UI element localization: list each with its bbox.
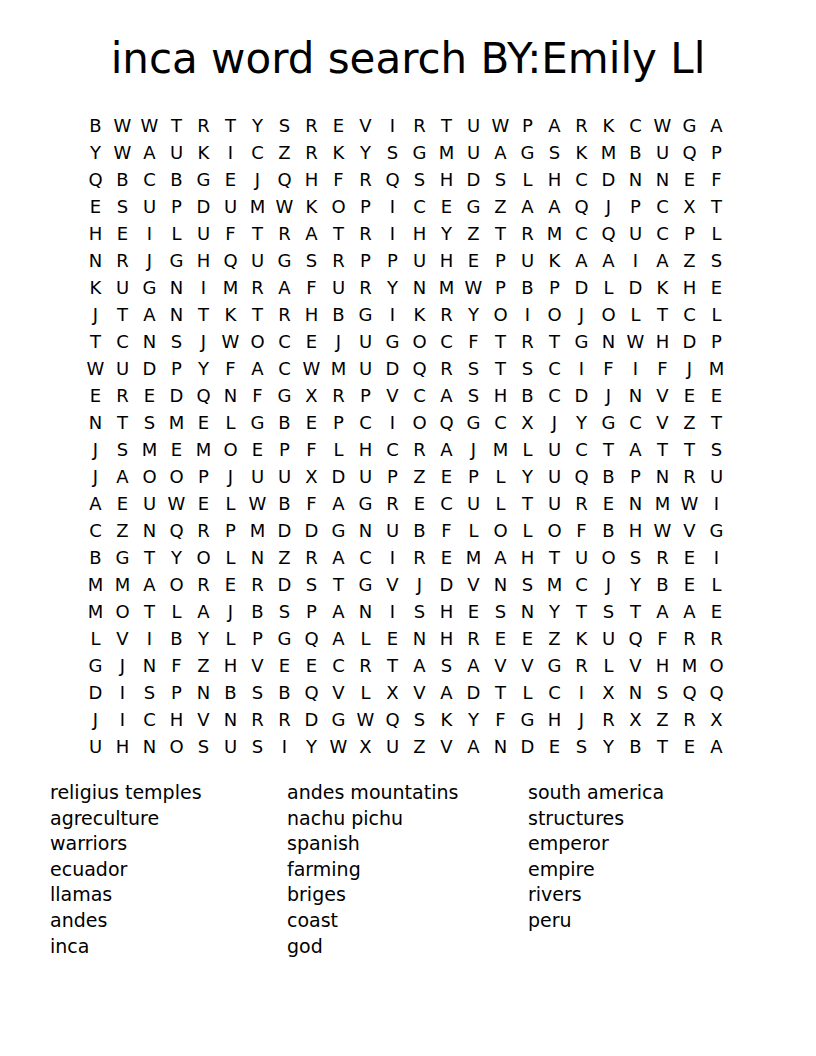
- grid-cell-r5c7: T: [244, 220, 271, 247]
- grid-cell-r15c20: E: [595, 490, 622, 517]
- word-item: coast: [287, 908, 458, 934]
- grid-cell-r12c8: B: [271, 409, 298, 436]
- grid-cell-r19c17: N: [514, 598, 541, 625]
- grid-cell-r7c2: U: [109, 274, 136, 301]
- grid-cell-r21c1: G: [82, 652, 109, 679]
- grid-cell-r9c6: W: [217, 328, 244, 355]
- grid-cell-r4c22: C: [649, 193, 676, 220]
- grid-cell-r5c13: H: [406, 220, 433, 247]
- grid-cell-r17c7: N: [244, 544, 271, 571]
- grid-cell-r6c15: E: [460, 247, 487, 274]
- grid-cell-r22c19: I: [568, 679, 595, 706]
- grid-cell-r4c12: I: [379, 193, 406, 220]
- grid-cell-r10c2: U: [109, 355, 136, 382]
- grid-cell-r14c10: D: [325, 463, 352, 490]
- grid-cell-r24c14: V: [433, 733, 460, 760]
- grid-cell-r22c15: D: [460, 679, 487, 706]
- grid-cell-r15c11: G: [352, 490, 379, 517]
- grid-cell-r13c18: U: [541, 436, 568, 463]
- grid-cell-r21c7: V: [244, 652, 271, 679]
- grid-cell-r2c15: U: [460, 139, 487, 166]
- grid-cell-r12c23: Z: [676, 409, 703, 436]
- grid-cell-r3c16: S: [487, 166, 514, 193]
- grid-cell-r18c15: V: [460, 571, 487, 598]
- grid-cell-r9c20: N: [595, 328, 622, 355]
- grid-cell-r12c3: S: [136, 409, 163, 436]
- grid-cell-r18c2: M: [109, 571, 136, 598]
- grid-cell-r4c21: P: [622, 193, 649, 220]
- grid-cell-r11c19: D: [568, 382, 595, 409]
- grid-cell-r6c6: Q: [217, 247, 244, 274]
- grid-cell-r18c17: S: [514, 571, 541, 598]
- grid-cell-r1c6: T: [217, 112, 244, 139]
- grid-cell-r20c4: B: [163, 625, 190, 652]
- grid-cell-r6c20: A: [595, 247, 622, 274]
- grid-cell-r11c22: V: [649, 382, 676, 409]
- grid-cell-r22c4: P: [163, 679, 190, 706]
- grid-cell-r4c3: U: [136, 193, 163, 220]
- grid-cell-r11c12: V: [379, 382, 406, 409]
- word-item: ecuador: [50, 857, 202, 883]
- grid-cell-r19c16: S: [487, 598, 514, 625]
- grid-cell-r10c23: J: [676, 355, 703, 382]
- grid-cell-r3c10: F: [325, 166, 352, 193]
- grid-cell-r20c19: K: [568, 625, 595, 652]
- grid-cell-r16c4: Q: [163, 517, 190, 544]
- grid-cell-r13c8: P: [271, 436, 298, 463]
- grid-cell-r22c22: S: [649, 679, 676, 706]
- grid-cell-r9c21: W: [622, 328, 649, 355]
- grid-cell-r10c18: C: [541, 355, 568, 382]
- grid-cell-r8c10: B: [325, 301, 352, 328]
- grid-cell-r18c7: R: [244, 571, 271, 598]
- grid-cell-r20c12: E: [379, 625, 406, 652]
- grid-cell-r20c9: Q: [298, 625, 325, 652]
- grid-cell-r11c24: E: [703, 382, 730, 409]
- grid-cell-r9c7: O: [244, 328, 271, 355]
- grid-cell-r6c16: P: [487, 247, 514, 274]
- grid-cell-r10c19: I: [568, 355, 595, 382]
- word-item: andes mountatins: [287, 780, 458, 806]
- grid-cell-r8c19: J: [568, 301, 595, 328]
- word-item: emperor: [528, 831, 664, 857]
- grid-cell-r23c3: C: [136, 706, 163, 733]
- grid-cell-r23c11: W: [352, 706, 379, 733]
- grid-cell-r7c17: B: [514, 274, 541, 301]
- grid-cell-r18c8: D: [271, 571, 298, 598]
- grid-cell-r17c19: U: [568, 544, 595, 571]
- grid-cell-r11c21: N: [622, 382, 649, 409]
- grid-cell-r14c12: P: [379, 463, 406, 490]
- grid-cell-r24c3: N: [136, 733, 163, 760]
- grid-cell-r10c8: C: [271, 355, 298, 382]
- grid-cell-r12c16: C: [487, 409, 514, 436]
- grid-cell-r13c4: E: [163, 436, 190, 463]
- word-item: religius temples: [50, 780, 202, 806]
- grid-cell-r6c4: G: [163, 247, 190, 274]
- grid-cell-r10c1: W: [82, 355, 109, 382]
- grid-cell-r6c5: H: [190, 247, 217, 274]
- grid-cell-r24c5: S: [190, 733, 217, 760]
- grid-cell-r18c20: J: [595, 571, 622, 598]
- grid-cell-r5c14: Y: [433, 220, 460, 247]
- grid-cell-r7c19: D: [568, 274, 595, 301]
- grid-cell-r2c18: S: [541, 139, 568, 166]
- grid-cell-r12c20: G: [595, 409, 622, 436]
- grid-cell-r22c20: X: [595, 679, 622, 706]
- grid-cell-r14c11: U: [352, 463, 379, 490]
- grid-cell-r3c1: Q: [82, 166, 109, 193]
- grid-cell-r1c4: T: [163, 112, 190, 139]
- grid-cell-r21c2: J: [109, 652, 136, 679]
- grid-cell-r9c2: C: [109, 328, 136, 355]
- grid-cell-r14c24: U: [703, 463, 730, 490]
- grid-cell-r3c12: Q: [379, 166, 406, 193]
- grid-cell-r14c13: Z: [406, 463, 433, 490]
- grid-cell-r10c24: M: [703, 355, 730, 382]
- grid-cell-r22c8: B: [271, 679, 298, 706]
- grid-cell-r2c5: K: [190, 139, 217, 166]
- grid-cell-r16c17: L: [514, 517, 541, 544]
- grid-cell-r5c15: Z: [460, 220, 487, 247]
- grid-cell-r16c9: D: [298, 517, 325, 544]
- grid-cell-r20c2: V: [109, 625, 136, 652]
- grid-cell-r19c7: B: [244, 598, 271, 625]
- grid-cell-r6c11: P: [352, 247, 379, 274]
- grid-cell-r21c5: Z: [190, 652, 217, 679]
- grid-cell-r9c12: G: [379, 328, 406, 355]
- grid-cell-r18c19: C: [568, 571, 595, 598]
- grid-cell-r23c6: N: [217, 706, 244, 733]
- grid-cell-r14c23: R: [676, 463, 703, 490]
- grid-cell-r14c4: O: [163, 463, 190, 490]
- grid-cell-r8c6: K: [217, 301, 244, 328]
- grid-cell-r18c3: A: [136, 571, 163, 598]
- grid-cell-r19c3: T: [136, 598, 163, 625]
- grid-cell-r11c8: G: [271, 382, 298, 409]
- grid-cell-r8c22: T: [649, 301, 676, 328]
- grid-cell-r18c13: J: [406, 571, 433, 598]
- grid-cell-r11c23: E: [676, 382, 703, 409]
- grid-cell-r11c2: R: [109, 382, 136, 409]
- grid-cell-r1c18: A: [541, 112, 568, 139]
- grid-cell-r7c10: U: [325, 274, 352, 301]
- grid-cell-r8c9: H: [298, 301, 325, 328]
- grid-cell-r20c14: H: [433, 625, 460, 652]
- grid-cell-r19c13: S: [406, 598, 433, 625]
- grid-cell-r18c5: R: [190, 571, 217, 598]
- grid-cell-r6c13: U: [406, 247, 433, 274]
- grid-cell-r6c7: U: [244, 247, 271, 274]
- grid-cell-r16c16: O: [487, 517, 514, 544]
- grid-cell-r15c15: U: [460, 490, 487, 517]
- grid-cell-r24c8: I: [271, 733, 298, 760]
- grid-cell-r1c12: I: [379, 112, 406, 139]
- grid-cell-r20c1: L: [82, 625, 109, 652]
- grid-cell-r23c1: J: [82, 706, 109, 733]
- grid-cell-r11c17: B: [514, 382, 541, 409]
- grid-cell-r5c8: R: [271, 220, 298, 247]
- grid-cell-r16c12: U: [379, 517, 406, 544]
- grid-cell-r19c23: A: [676, 598, 703, 625]
- grid-cell-r9c18: T: [541, 328, 568, 355]
- grid-cell-r8c18: O: [541, 301, 568, 328]
- grid-cell-r19c10: A: [325, 598, 352, 625]
- grid-cell-r4c9: K: [298, 193, 325, 220]
- grid-cell-r5c9: A: [298, 220, 325, 247]
- grid-cell-r17c12: I: [379, 544, 406, 571]
- grid-cell-r17c9: R: [298, 544, 325, 571]
- grid-cell-r20c22: F: [649, 625, 676, 652]
- grid-cell-r2c24: P: [703, 139, 730, 166]
- grid-cell-r4c2: S: [109, 193, 136, 220]
- grid-cell-r21c8: E: [271, 652, 298, 679]
- grid-cell-r23c7: R: [244, 706, 271, 733]
- grid-cell-r2c23: Q: [676, 139, 703, 166]
- grid-cell-r2c6: I: [217, 139, 244, 166]
- grid-cell-r11c3: E: [136, 382, 163, 409]
- grid-cell-r14c14: E: [433, 463, 460, 490]
- grid-cell-r22c21: N: [622, 679, 649, 706]
- grid-cell-r16c8: D: [271, 517, 298, 544]
- grid-cell-r21c23: M: [676, 652, 703, 679]
- grid-cell-r18c23: E: [676, 571, 703, 598]
- grid-cell-r8c2: T: [109, 301, 136, 328]
- grid-cell-r18c21: Y: [622, 571, 649, 598]
- grid-cell-r2c13: G: [406, 139, 433, 166]
- grid-cell-r22c10: V: [325, 679, 352, 706]
- grid-cell-r15c17: T: [514, 490, 541, 517]
- grid-cell-r8c7: T: [244, 301, 271, 328]
- grid-cell-r12c1: N: [82, 409, 109, 436]
- word-item: inca: [50, 934, 202, 960]
- grid-cell-r10c22: F: [649, 355, 676, 382]
- grid-cell-r13c1: J: [82, 436, 109, 463]
- grid-cell-r3c18: H: [541, 166, 568, 193]
- grid-cell-r8c8: R: [271, 301, 298, 328]
- grid-cell-r3c7: J: [244, 166, 271, 193]
- grid-cell-r8c5: T: [190, 301, 217, 328]
- grid-cell-r24c16: N: [487, 733, 514, 760]
- grid-cell-r21c24: O: [703, 652, 730, 679]
- grid-cell-r2c2: W: [109, 139, 136, 166]
- grid-cell-r16c24: G: [703, 517, 730, 544]
- grid-cell-r15c3: U: [136, 490, 163, 517]
- grid-cell-r5c3: I: [136, 220, 163, 247]
- grid-cell-r24c12: U: [379, 733, 406, 760]
- grid-cell-r6c1: N: [82, 247, 109, 274]
- word-item: empire: [528, 857, 664, 883]
- grid-cell-r11c20: J: [595, 382, 622, 409]
- grid-cell-r1c13: R: [406, 112, 433, 139]
- grid-cell-r24c13: Z: [406, 733, 433, 760]
- grid-cell-r4c6: U: [217, 193, 244, 220]
- grid-cell-r8c24: L: [703, 301, 730, 328]
- grid-cell-r16c10: G: [325, 517, 352, 544]
- word-item: south america: [528, 780, 664, 806]
- grid-cell-r24c17: D: [514, 733, 541, 760]
- grid-cell-r12c22: V: [649, 409, 676, 436]
- grid-cell-r20c3: I: [136, 625, 163, 652]
- word-item: warriors: [50, 831, 202, 857]
- grid-cell-r11c15: S: [460, 382, 487, 409]
- grid-cell-r17c3: T: [136, 544, 163, 571]
- grid-cell-r6c24: S: [703, 247, 730, 274]
- grid-cell-r14c6: J: [217, 463, 244, 490]
- grid-cell-r14c8: U: [271, 463, 298, 490]
- grid-cell-r13c23: T: [676, 436, 703, 463]
- grid-cell-r15c14: C: [433, 490, 460, 517]
- grid-cell-r20c16: E: [487, 625, 514, 652]
- grid-cell-r20c17: E: [514, 625, 541, 652]
- grid-cell-r21c17: V: [514, 652, 541, 679]
- word-item: god: [287, 934, 458, 960]
- grid-cell-r6c21: I: [622, 247, 649, 274]
- grid-cell-r11c13: C: [406, 382, 433, 409]
- grid-cell-r24c10: W: [325, 733, 352, 760]
- grid-cell-r11c6: N: [217, 382, 244, 409]
- grid-cell-r23c23: R: [676, 706, 703, 733]
- grid-cell-r14c2: A: [109, 463, 136, 490]
- grid-cell-r17c14: E: [433, 544, 460, 571]
- grid-cell-r7c18: P: [541, 274, 568, 301]
- grid-cell-r15c9: F: [298, 490, 325, 517]
- grid-cell-r11c10: R: [325, 382, 352, 409]
- grid-cell-r14c21: P: [622, 463, 649, 490]
- grid-cell-r6c2: R: [109, 247, 136, 274]
- grid-cell-r13c7: E: [244, 436, 271, 463]
- grid-cell-r21c16: V: [487, 652, 514, 679]
- grid-cell-r16c6: P: [217, 517, 244, 544]
- grid-cell-r23c22: Z: [649, 706, 676, 733]
- grid-cell-r8c23: C: [676, 301, 703, 328]
- grid-cell-r15c1: A: [82, 490, 109, 517]
- grid-cell-r3c8: Q: [271, 166, 298, 193]
- grid-cell-r7c24: E: [703, 274, 730, 301]
- grid-cell-r15c5: E: [190, 490, 217, 517]
- grid-cell-r24c1: U: [82, 733, 109, 760]
- word-search-grid: BWWTRTYSREVIRTUWPARKCWGAYWAUKICZRKYSGMUA…: [82, 112, 730, 760]
- grid-cell-r16c23: V: [676, 517, 703, 544]
- grid-cell-r14c20: B: [595, 463, 622, 490]
- grid-cell-r10c11: U: [352, 355, 379, 382]
- grid-cell-r20c13: N: [406, 625, 433, 652]
- grid-cell-r24c19: S: [568, 733, 595, 760]
- grid-cell-r21c10: C: [325, 652, 352, 679]
- grid-cell-r12c13: O: [406, 409, 433, 436]
- grid-cell-r7c14: M: [433, 274, 460, 301]
- grid-cell-r16c14: F: [433, 517, 460, 544]
- grid-cell-r13c19: C: [568, 436, 595, 463]
- grid-cell-r16c15: L: [460, 517, 487, 544]
- grid-cell-r20c18: Z: [541, 625, 568, 652]
- grid-cell-r20c24: R: [703, 625, 730, 652]
- grid-cell-r14c22: N: [649, 463, 676, 490]
- grid-cell-r5c2: E: [109, 220, 136, 247]
- grid-cell-r21c14: S: [433, 652, 460, 679]
- grid-cell-r22c11: L: [352, 679, 379, 706]
- grid-cell-r8c14: R: [433, 301, 460, 328]
- grid-cell-r5c17: R: [514, 220, 541, 247]
- grid-cell-r16c19: F: [568, 517, 595, 544]
- grid-cell-r13c9: F: [298, 436, 325, 463]
- grid-cell-r8c12: I: [379, 301, 406, 328]
- grid-cell-r23c9: D: [298, 706, 325, 733]
- grid-cell-r22c17: L: [514, 679, 541, 706]
- grid-cell-r10c6: F: [217, 355, 244, 382]
- grid-cell-r1c23: G: [676, 112, 703, 139]
- grid-cell-r23c16: F: [487, 706, 514, 733]
- grid-cell-r1c9: R: [298, 112, 325, 139]
- grid-cell-r8c21: L: [622, 301, 649, 328]
- grid-cell-r8c16: O: [487, 301, 514, 328]
- grid-cell-r23c21: X: [622, 706, 649, 733]
- grid-cell-r20c10: A: [325, 625, 352, 652]
- grid-cell-r22c18: C: [541, 679, 568, 706]
- grid-cell-r18c6: E: [217, 571, 244, 598]
- grid-cell-r17c6: L: [217, 544, 244, 571]
- grid-cell-r7c7: R: [244, 274, 271, 301]
- grid-cell-r17c15: M: [460, 544, 487, 571]
- grid-cell-r1c17: P: [514, 112, 541, 139]
- grid-cell-r10c14: R: [433, 355, 460, 382]
- grid-cell-r4c16: Z: [487, 193, 514, 220]
- grid-cell-r22c2: I: [109, 679, 136, 706]
- grid-cell-r15c18: U: [541, 490, 568, 517]
- grid-cell-r8c1: J: [82, 301, 109, 328]
- grid-cell-r5c11: R: [352, 220, 379, 247]
- grid-cell-r17c4: Y: [163, 544, 190, 571]
- grid-cell-r1c20: K: [595, 112, 622, 139]
- grid-cell-r23c13: S: [406, 706, 433, 733]
- grid-cell-r9c9: E: [298, 328, 325, 355]
- grid-cell-r19c19: T: [568, 598, 595, 625]
- grid-cell-r19c14: H: [433, 598, 460, 625]
- grid-cell-r1c3: W: [136, 112, 163, 139]
- word-item: rivers: [528, 882, 664, 908]
- grid-cell-r14c7: U: [244, 463, 271, 490]
- grid-cell-r9c5: J: [190, 328, 217, 355]
- grid-cell-r1c10: E: [325, 112, 352, 139]
- grid-cell-r11c1: E: [82, 382, 109, 409]
- grid-cell-r24c11: X: [352, 733, 379, 760]
- grid-cell-r23c8: R: [271, 706, 298, 733]
- grid-cell-r22c23: Q: [676, 679, 703, 706]
- grid-cell-r15c19: R: [568, 490, 595, 517]
- grid-cell-r1c24: A: [703, 112, 730, 139]
- grid-cell-r12c14: Q: [433, 409, 460, 436]
- grid-cell-r12c15: G: [460, 409, 487, 436]
- grid-cell-r18c1: M: [82, 571, 109, 598]
- grid-cell-r1c19: R: [568, 112, 595, 139]
- grid-cell-r20c7: P: [244, 625, 271, 652]
- grid-cell-r14c17: Y: [514, 463, 541, 490]
- grid-cell-r21c18: G: [541, 652, 568, 679]
- grid-cell-r4c10: O: [325, 193, 352, 220]
- grid-cell-r24c6: U: [217, 733, 244, 760]
- grid-cell-r7c23: H: [676, 274, 703, 301]
- grid-cell-r1c21: C: [622, 112, 649, 139]
- grid-cell-r4c5: D: [190, 193, 217, 220]
- grid-cell-r21c15: A: [460, 652, 487, 679]
- grid-cell-r11c18: C: [541, 382, 568, 409]
- grid-cell-r7c3: G: [136, 274, 163, 301]
- grid-cell-r20c6: L: [217, 625, 244, 652]
- grid-cell-r22c5: N: [190, 679, 217, 706]
- grid-cell-r21c11: R: [352, 652, 379, 679]
- grid-cell-r14c1: J: [82, 463, 109, 490]
- grid-cell-r19c21: T: [622, 598, 649, 625]
